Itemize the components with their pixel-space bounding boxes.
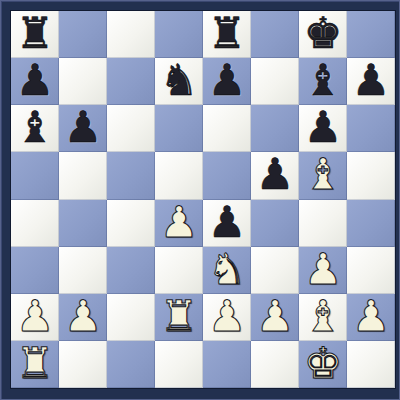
square-c6[interactable] bbox=[107, 105, 155, 152]
square-c8[interactable] bbox=[107, 11, 155, 58]
square-g6[interactable]: ♟ bbox=[299, 105, 347, 152]
black-bishop[interactable]: ♝ bbox=[304, 59, 343, 102]
white-pawn[interactable]: ♟ bbox=[208, 295, 247, 338]
square-b5[interactable] bbox=[59, 152, 107, 199]
square-b2[interactable]: ♟ bbox=[59, 294, 107, 341]
square-b7[interactable] bbox=[59, 58, 107, 105]
square-c3[interactable] bbox=[107, 247, 155, 294]
square-f6[interactable] bbox=[251, 105, 299, 152]
square-d8[interactable] bbox=[155, 11, 203, 58]
black-pawn[interactable]: ♟ bbox=[16, 59, 55, 102]
square-h1[interactable] bbox=[347, 341, 395, 388]
square-b6[interactable]: ♟ bbox=[59, 105, 107, 152]
square-b1[interactable] bbox=[59, 341, 107, 388]
white-rook[interactable]: ♜ bbox=[16, 342, 55, 385]
square-b4[interactable] bbox=[59, 200, 107, 247]
black-rook[interactable]: ♜ bbox=[208, 12, 247, 55]
square-e3[interactable]: ♞ bbox=[203, 247, 251, 294]
square-f2[interactable]: ♟ bbox=[251, 294, 299, 341]
square-h7[interactable]: ♟ bbox=[347, 58, 395, 105]
square-b3[interactable] bbox=[59, 247, 107, 294]
square-f1[interactable] bbox=[251, 341, 299, 388]
square-e1[interactable] bbox=[203, 341, 251, 388]
square-f4[interactable] bbox=[251, 200, 299, 247]
white-pawn[interactable]: ♟ bbox=[16, 295, 55, 338]
square-a1[interactable]: ♜ bbox=[11, 341, 59, 388]
square-c7[interactable] bbox=[107, 58, 155, 105]
black-pawn[interactable]: ♟ bbox=[64, 106, 103, 149]
square-e2[interactable]: ♟ bbox=[203, 294, 251, 341]
black-rook[interactable]: ♜ bbox=[16, 12, 55, 55]
square-h2[interactable]: ♟ bbox=[347, 294, 395, 341]
black-pawn[interactable]: ♟ bbox=[208, 201, 247, 244]
square-e8[interactable]: ♜ bbox=[203, 11, 251, 58]
white-pawn[interactable]: ♟ bbox=[352, 295, 391, 338]
white-king[interactable]: ♚ bbox=[304, 342, 343, 385]
square-g5[interactable]: ♝ bbox=[299, 152, 347, 199]
square-d1[interactable] bbox=[155, 341, 203, 388]
square-c1[interactable] bbox=[107, 341, 155, 388]
black-pawn[interactable]: ♟ bbox=[304, 106, 343, 149]
white-pawn[interactable]: ♟ bbox=[304, 248, 343, 291]
square-c5[interactable] bbox=[107, 152, 155, 199]
square-a5[interactable] bbox=[11, 152, 59, 199]
square-f5[interactable]: ♟ bbox=[251, 152, 299, 199]
black-pawn[interactable]: ♟ bbox=[352, 59, 391, 102]
square-g8[interactable]: ♚ bbox=[299, 11, 347, 58]
square-e4[interactable]: ♟ bbox=[203, 200, 251, 247]
square-f7[interactable] bbox=[251, 58, 299, 105]
black-bishop[interactable]: ♝ bbox=[16, 106, 55, 149]
square-d7[interactable]: ♞ bbox=[155, 58, 203, 105]
square-a2[interactable]: ♟ bbox=[11, 294, 59, 341]
square-d2[interactable]: ♜ bbox=[155, 294, 203, 341]
white-bishop[interactable]: ♝ bbox=[304, 295, 343, 338]
square-h3[interactable] bbox=[347, 247, 395, 294]
square-g2[interactable]: ♝ bbox=[299, 294, 347, 341]
square-d5[interactable] bbox=[155, 152, 203, 199]
square-e7[interactable]: ♟ bbox=[203, 58, 251, 105]
square-h5[interactable] bbox=[347, 152, 395, 199]
square-f3[interactable] bbox=[251, 247, 299, 294]
square-a3[interactable] bbox=[11, 247, 59, 294]
square-g7[interactable]: ♝ bbox=[299, 58, 347, 105]
square-h8[interactable] bbox=[347, 11, 395, 58]
square-e6[interactable] bbox=[203, 105, 251, 152]
square-g3[interactable]: ♟ bbox=[299, 247, 347, 294]
square-a6[interactable]: ♝ bbox=[11, 105, 59, 152]
white-knight[interactable]: ♞ bbox=[208, 248, 247, 291]
square-a4[interactable] bbox=[11, 200, 59, 247]
white-rook[interactable]: ♜ bbox=[160, 295, 199, 338]
black-pawn[interactable]: ♟ bbox=[208, 59, 247, 102]
square-h4[interactable] bbox=[347, 200, 395, 247]
square-h6[interactable] bbox=[347, 105, 395, 152]
square-a7[interactable]: ♟ bbox=[11, 58, 59, 105]
square-d3[interactable] bbox=[155, 247, 203, 294]
white-pawn[interactable]: ♟ bbox=[256, 295, 295, 338]
chess-board-frame: ♜♜♚♟♞♟♝♟♝♟♟♟♝♟♟♞♟♟♟♜♟♟♝♟♜♚ bbox=[0, 0, 400, 400]
white-pawn[interactable]: ♟ bbox=[64, 295, 103, 338]
square-e5[interactable] bbox=[203, 152, 251, 199]
square-f8[interactable] bbox=[251, 11, 299, 58]
black-pawn[interactable]: ♟ bbox=[256, 153, 295, 196]
square-c4[interactable] bbox=[107, 200, 155, 247]
square-d4[interactable]: ♟ bbox=[155, 200, 203, 247]
square-b8[interactable] bbox=[59, 11, 107, 58]
chess-board: ♜♜♚♟♞♟♝♟♝♟♟♟♝♟♟♞♟♟♟♜♟♟♝♟♜♚ bbox=[11, 11, 395, 388]
white-bishop[interactable]: ♝ bbox=[304, 153, 343, 196]
square-a8[interactable]: ♜ bbox=[11, 11, 59, 58]
square-g4[interactable] bbox=[299, 200, 347, 247]
white-pawn[interactable]: ♟ bbox=[160, 201, 199, 244]
square-g1[interactable]: ♚ bbox=[299, 341, 347, 388]
black-knight[interactable]: ♞ bbox=[160, 59, 199, 102]
black-king[interactable]: ♚ bbox=[304, 12, 343, 55]
square-c2[interactable] bbox=[107, 294, 155, 341]
square-d6[interactable] bbox=[155, 105, 203, 152]
